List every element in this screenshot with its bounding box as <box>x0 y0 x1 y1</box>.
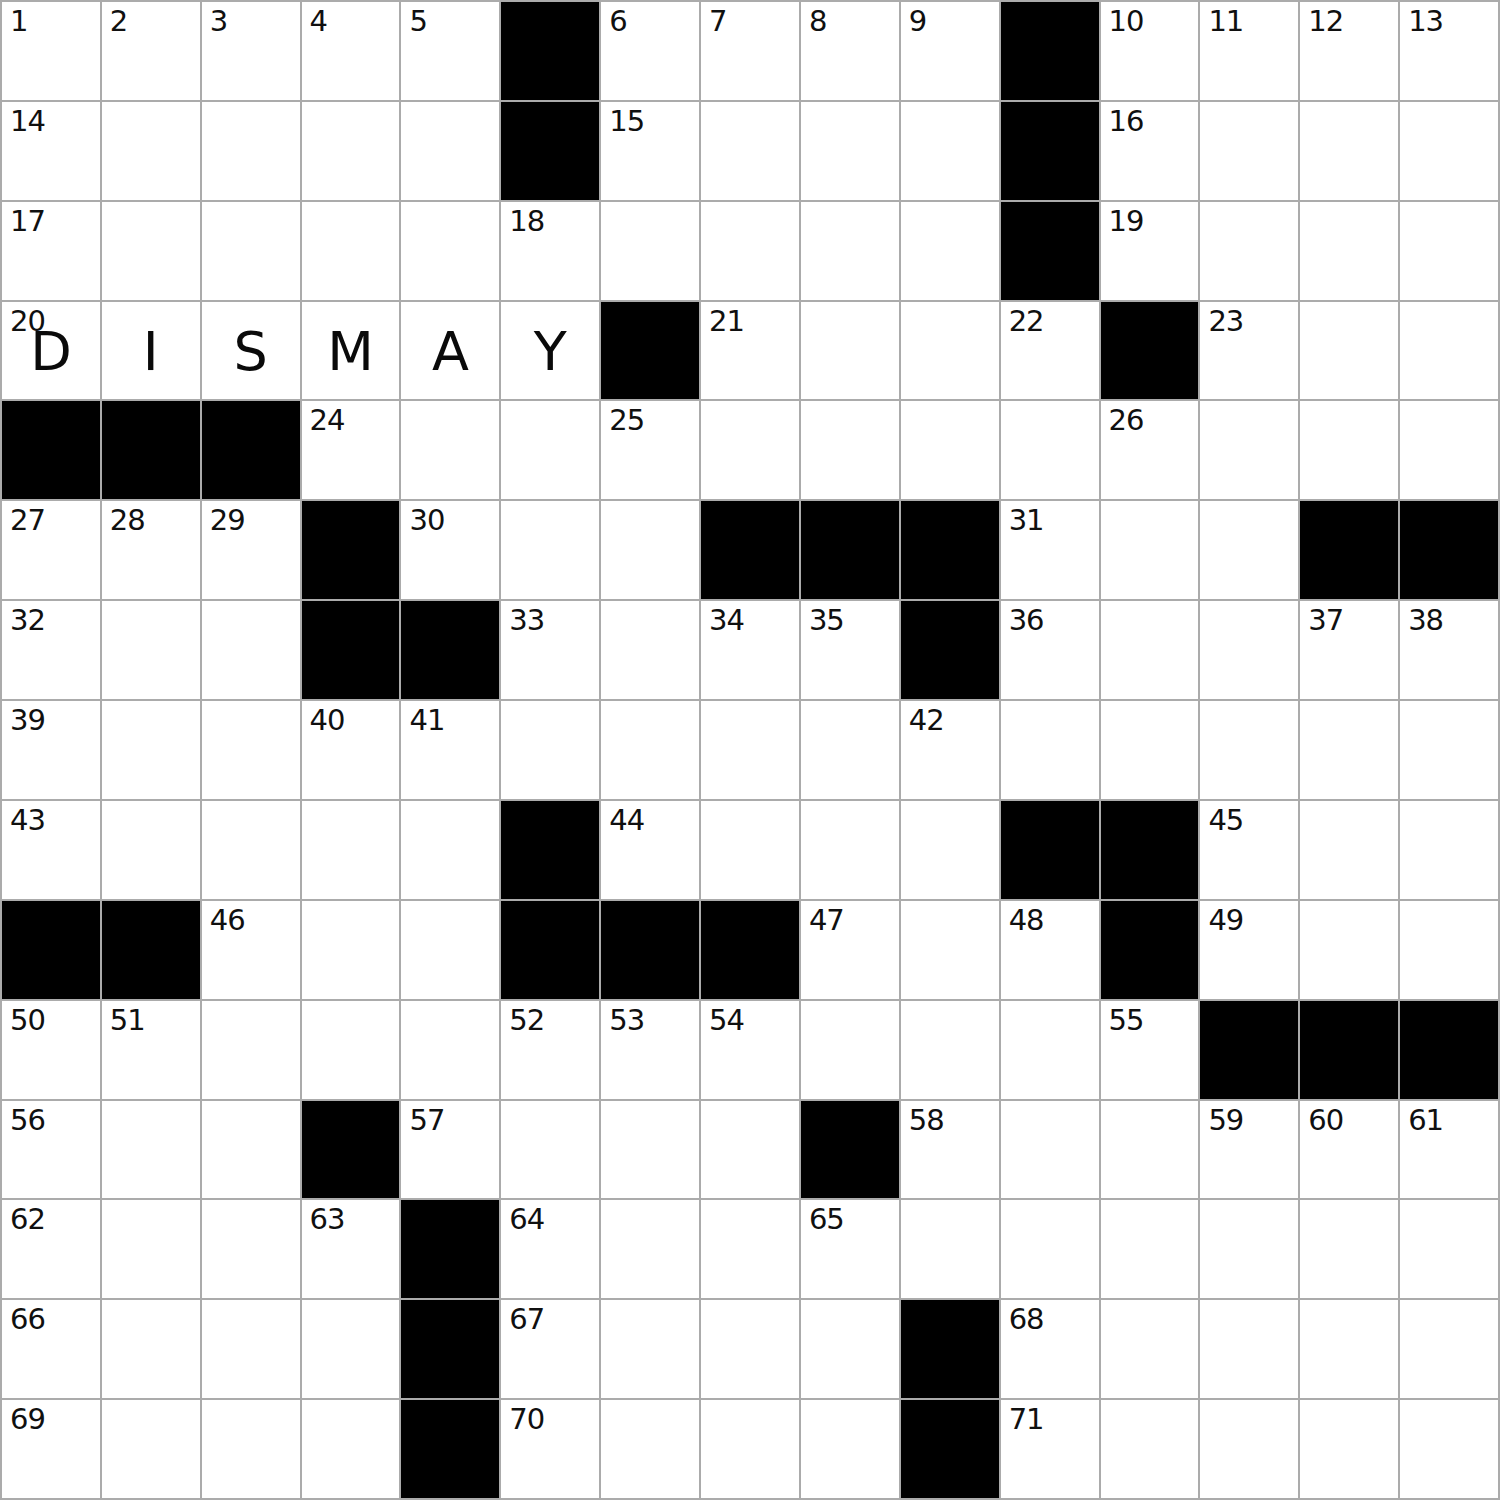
clue-number: 57 <box>409 1105 444 1135</box>
grid-cell-r3c7[interactable] <box>601 202 699 300</box>
grid-cell-r5c6[interactable] <box>501 401 599 499</box>
black-cell-r13c5 <box>401 1200 499 1298</box>
grid-cell-r15c11[interactable]: 71 <box>1001 1400 1099 1498</box>
grid-cell-r13c11[interactable] <box>1001 1200 1099 1298</box>
grid-cell-r5c11[interactable] <box>1001 401 1099 499</box>
clue-number: 65 <box>809 1204 844 1234</box>
clue-number: 22 <box>1009 306 1044 336</box>
grid-cell-r12c3[interactable] <box>202 1101 300 1199</box>
black-cell-r6c10 <box>901 501 999 599</box>
grid-cell-r1c5[interactable]: 5 <box>401 2 499 100</box>
black-cell-r3c11 <box>1001 202 1099 300</box>
grid-cell-r4c3[interactable]: S <box>202 302 300 400</box>
grid-cell-r1c10[interactable]: 9 <box>901 2 999 100</box>
clue-number: 12 <box>1308 6 1343 36</box>
grid-cell-r7c14[interactable]: 37 <box>1300 601 1398 699</box>
grid-cell-r13c8[interactable] <box>701 1200 799 1298</box>
grid-cell-r10c11[interactable]: 48 <box>1001 901 1099 999</box>
black-cell-r7c5 <box>401 601 499 699</box>
grid-cell-r1c1[interactable]: 1 <box>2 2 100 100</box>
grid-cell-r1c12[interactable]: 10 <box>1101 2 1199 100</box>
grid-cell-r5c8[interactable] <box>701 401 799 499</box>
grid-cell-r4c9[interactable] <box>801 302 899 400</box>
grid-cell-r3c9[interactable] <box>801 202 899 300</box>
grid-cell-r11c3[interactable] <box>202 1001 300 1099</box>
grid-cell-r2c12[interactable]: 16 <box>1101 102 1199 200</box>
clue-number: 52 <box>509 1005 544 1035</box>
grid-cell-r8c8[interactable] <box>701 701 799 799</box>
black-cell-r9c6 <box>501 801 599 899</box>
grid-cell-r5c12[interactable]: 26 <box>1101 401 1199 499</box>
black-cell-r6c14 <box>1300 501 1398 599</box>
grid-cell-r13c9[interactable]: 65 <box>801 1200 899 1298</box>
grid-cell-r2c2[interactable] <box>102 102 200 200</box>
grid-cell-r5c7[interactable]: 25 <box>601 401 699 499</box>
grid-cell-r10c5[interactable] <box>401 901 499 999</box>
clue-number: 59 <box>1208 1105 1243 1135</box>
grid-cell-r13c7[interactable] <box>601 1200 699 1298</box>
clue-number: 58 <box>909 1105 944 1135</box>
grid-cell-r10c4[interactable] <box>302 901 400 999</box>
grid-cell-r9c8[interactable] <box>701 801 799 899</box>
grid-cell-r2c14[interactable] <box>1300 102 1398 200</box>
grid-cell-r2c13[interactable] <box>1200 102 1298 200</box>
clue-number: 50 <box>10 1005 45 1035</box>
clue-number: 9 <box>909 6 926 36</box>
clue-number: 8 <box>809 6 826 36</box>
grid-cell-r15c13[interactable] <box>1200 1400 1298 1498</box>
grid-cell-r10c15[interactable] <box>1400 901 1498 999</box>
cell-letter: I <box>102 302 200 400</box>
clue-number: 37 <box>1308 605 1343 635</box>
clue-number: 2 <box>110 6 127 36</box>
clue-number: 51 <box>110 1005 145 1035</box>
crossword-grid: 1234567891011121314151617181920DISMAY212… <box>0 0 1500 1500</box>
grid-cell-r14c13[interactable] <box>1200 1300 1298 1398</box>
grid-cell-r13c3[interactable] <box>202 1200 300 1298</box>
black-cell-r11c15 <box>1400 1001 1498 1099</box>
clue-number: 16 <box>1109 106 1144 136</box>
clue-number: 26 <box>1109 405 1144 435</box>
grid-cell-r3c4[interactable] <box>302 202 400 300</box>
grid-cell-r8c2[interactable] <box>102 701 200 799</box>
grid-cell-r5c15[interactable] <box>1400 401 1498 499</box>
clue-number: 62 <box>10 1204 45 1234</box>
grid-cell-r4c11[interactable]: 22 <box>1001 302 1099 400</box>
grid-cell-r10c14[interactable] <box>1300 901 1398 999</box>
black-cell-r11c14 <box>1300 1001 1398 1099</box>
grid-cell-r7c13[interactable] <box>1200 601 1298 699</box>
black-cell-r15c5 <box>401 1400 499 1498</box>
grid-cell-r11c11[interactable] <box>1001 1001 1099 1099</box>
black-cell-r4c7 <box>601 302 699 400</box>
grid-cell-r15c9[interactable] <box>801 1400 899 1498</box>
black-cell-r10c8 <box>701 901 799 999</box>
grid-cell-r9c14[interactable] <box>1300 801 1398 899</box>
grid-cell-r12c11[interactable] <box>1001 1101 1099 1199</box>
grid-cell-r9c2[interactable] <box>102 801 200 899</box>
cell-letter: D <box>2 302 100 400</box>
grid-cell-r1c3[interactable]: 3 <box>202 2 300 100</box>
cell-letter: M <box>302 302 400 400</box>
black-cell-r7c10 <box>901 601 999 699</box>
clue-number: 29 <box>210 505 245 535</box>
grid-cell-r6c12[interactable] <box>1101 501 1199 599</box>
grid-cell-r9c4[interactable] <box>302 801 400 899</box>
grid-cell-r7c8[interactable]: 34 <box>701 601 799 699</box>
grid-cell-r7c3[interactable] <box>202 601 300 699</box>
grid-cell-r2c4[interactable] <box>302 102 400 200</box>
clue-number: 21 <box>709 306 744 336</box>
clue-number: 7 <box>709 6 726 36</box>
grid-cell-r15c8[interactable] <box>701 1400 799 1498</box>
grid-cell-r2c3[interactable] <box>202 102 300 200</box>
clue-number: 19 <box>1109 206 1144 236</box>
black-cell-r1c11 <box>1001 2 1099 100</box>
grid-cell-r3c10[interactable] <box>901 202 999 300</box>
clue-number: 10 <box>1109 6 1144 36</box>
grid-cell-r12c13[interactable]: 59 <box>1200 1101 1298 1199</box>
grid-cell-r8c6[interactable] <box>501 701 599 799</box>
black-cell-r12c9 <box>801 1101 899 1199</box>
grid-cell-r14c7[interactable] <box>601 1300 699 1398</box>
clue-number: 66 <box>10 1304 45 1334</box>
clue-number: 15 <box>609 106 644 136</box>
grid-cell-r13c14[interactable] <box>1300 1200 1398 1298</box>
grid-cell-r2c15[interactable] <box>1400 102 1498 200</box>
clue-number: 36 <box>1009 605 1044 635</box>
grid-cell-r9c5[interactable] <box>401 801 499 899</box>
grid-cell-r15c6[interactable]: 70 <box>501 1400 599 1498</box>
black-cell-r9c12 <box>1101 801 1199 899</box>
grid-cell-r13c12[interactable] <box>1101 1200 1199 1298</box>
grid-cell-r13c1[interactable]: 62 <box>2 1200 100 1298</box>
grid-cell-r13c15[interactable] <box>1400 1200 1498 1298</box>
grid-cell-r10c9[interactable]: 47 <box>801 901 899 999</box>
grid-cell-r12c2[interactable] <box>102 1101 200 1199</box>
grid-cell-r12c6[interactable] <box>501 1101 599 1199</box>
grid-cell-r14c1[interactable]: 66 <box>2 1300 100 1398</box>
grid-cell-r4c1[interactable]: 20D <box>2 302 100 400</box>
black-cell-r14c5 <box>401 1300 499 1398</box>
grid-cell-r9c1[interactable]: 43 <box>2 801 100 899</box>
grid-cell-r3c5[interactable] <box>401 202 499 300</box>
clue-number: 49 <box>1208 905 1243 935</box>
grid-cell-r10c13[interactable]: 49 <box>1200 901 1298 999</box>
black-cell-r14c10 <box>901 1300 999 1398</box>
black-cell-r11c13 <box>1200 1001 1298 1099</box>
clue-number: 68 <box>1009 1304 1044 1334</box>
clue-number: 40 <box>310 705 345 735</box>
grid-cell-r2c7[interactable]: 15 <box>601 102 699 200</box>
black-cell-r4c12 <box>1101 302 1199 400</box>
grid-cell-r8c1[interactable]: 39 <box>2 701 100 799</box>
grid-cell-r14c4[interactable] <box>302 1300 400 1398</box>
grid-cell-r8c5[interactable]: 41 <box>401 701 499 799</box>
cell-letter: A <box>401 302 499 400</box>
clue-number: 42 <box>909 705 944 735</box>
clue-number: 32 <box>10 605 45 635</box>
black-cell-r5c1 <box>2 401 100 499</box>
grid-cell-r1c9[interactable]: 8 <box>801 2 899 100</box>
black-cell-r5c3 <box>202 401 300 499</box>
grid-cell-r4c15[interactable] <box>1400 302 1498 400</box>
grid-cell-r2c10[interactable] <box>901 102 999 200</box>
grid-cell-r7c12[interactable] <box>1101 601 1199 699</box>
black-cell-r6c15 <box>1400 501 1498 599</box>
grid-cell-r4c2[interactable]: I <box>102 302 200 400</box>
clue-number: 69 <box>10 1404 45 1434</box>
grid-cell-r3c14[interactable] <box>1300 202 1398 300</box>
clue-number: 48 <box>1009 905 1044 935</box>
clue-number: 11 <box>1208 6 1243 36</box>
grid-cell-r9c3[interactable] <box>202 801 300 899</box>
grid-cell-r8c13[interactable] <box>1200 701 1298 799</box>
clue-number: 43 <box>10 805 45 835</box>
black-cell-r10c12 <box>1101 901 1199 999</box>
grid-cell-r11c9[interactable] <box>801 1001 899 1099</box>
grid-cell-r2c1[interactable]: 14 <box>2 102 100 200</box>
grid-cell-r8c11[interactable] <box>1001 701 1099 799</box>
grid-cell-r1c14[interactable]: 12 <box>1300 2 1398 100</box>
grid-cell-r5c10[interactable] <box>901 401 999 499</box>
clue-number: 30 <box>409 505 444 535</box>
grid-cell-r11c6[interactable]: 52 <box>501 1001 599 1099</box>
grid-cell-r8c3[interactable] <box>202 701 300 799</box>
grid-cell-r15c4[interactable] <box>302 1400 400 1498</box>
black-cell-r1c6 <box>501 2 599 100</box>
grid-cell-r5c5[interactable] <box>401 401 499 499</box>
black-cell-r15c10 <box>901 1400 999 1498</box>
grid-cell-r6c3[interactable]: 29 <box>202 501 300 599</box>
grid-cell-r11c2[interactable]: 51 <box>102 1001 200 1099</box>
grid-cell-r1c15[interactable]: 13 <box>1400 2 1498 100</box>
grid-cell-r1c13[interactable]: 11 <box>1200 2 1298 100</box>
grid-cell-r3c12[interactable]: 19 <box>1101 202 1199 300</box>
clue-number: 60 <box>1308 1105 1343 1135</box>
grid-cell-r5c13[interactable] <box>1200 401 1298 499</box>
grid-cell-r13c4[interactable]: 63 <box>302 1200 400 1298</box>
black-cell-r10c1 <box>2 901 100 999</box>
clue-number: 33 <box>509 605 544 635</box>
grid-cell-r4c14[interactable] <box>1300 302 1398 400</box>
black-cell-r10c7 <box>601 901 699 999</box>
grid-cell-r8c14[interactable] <box>1300 701 1398 799</box>
grid-cell-r15c2[interactable] <box>102 1400 200 1498</box>
clue-number: 3 <box>210 6 227 36</box>
grid-cell-r3c15[interactable] <box>1400 202 1498 300</box>
grid-cell-r7c9[interactable]: 35 <box>801 601 899 699</box>
grid-cell-r15c12[interactable] <box>1101 1400 1199 1498</box>
grid-cell-r8c9[interactable] <box>801 701 899 799</box>
grid-cell-r10c3[interactable]: 46 <box>202 901 300 999</box>
grid-cell-r4c4[interactable]: M <box>302 302 400 400</box>
clue-number: 55 <box>1109 1005 1144 1035</box>
cell-letter: S <box>202 302 300 400</box>
grid-cell-r7c6[interactable]: 33 <box>501 601 599 699</box>
clue-number: 64 <box>509 1204 544 1234</box>
grid-cell-r4c10[interactable] <box>901 302 999 400</box>
grid-cell-r14c15[interactable] <box>1400 1300 1498 1398</box>
grid-cell-r10c10[interactable] <box>901 901 999 999</box>
grid-cell-r14c6[interactable]: 67 <box>501 1300 599 1398</box>
grid-cell-r13c10[interactable] <box>901 1200 999 1298</box>
black-cell-r2c11 <box>1001 102 1099 200</box>
grid-cell-r3c3[interactable] <box>202 202 300 300</box>
grid-cell-r11c4[interactable] <box>302 1001 400 1099</box>
black-cell-r2c6 <box>501 102 599 200</box>
grid-cell-r3c6[interactable]: 18 <box>501 202 599 300</box>
clue-number: 35 <box>809 605 844 635</box>
clue-number: 53 <box>609 1005 644 1035</box>
grid-cell-r12c1[interactable]: 56 <box>2 1101 100 1199</box>
grid-cell-r6c11[interactable]: 31 <box>1001 501 1099 599</box>
grid-cell-r11c5[interactable] <box>401 1001 499 1099</box>
grid-cell-r15c3[interactable] <box>202 1400 300 1498</box>
grid-cell-r1c7[interactable]: 6 <box>601 2 699 100</box>
grid-cell-r8c7[interactable] <box>601 701 699 799</box>
grid-cell-r13c6[interactable]: 64 <box>501 1200 599 1298</box>
clue-number: 47 <box>809 905 844 935</box>
grid-cell-r15c15[interactable] <box>1400 1400 1498 1498</box>
grid-cell-r4c8[interactable]: 21 <box>701 302 799 400</box>
black-cell-r6c8 <box>701 501 799 599</box>
grid-cell-r12c14[interactable]: 60 <box>1300 1101 1398 1199</box>
clue-number: 54 <box>709 1005 744 1035</box>
grid-cell-r14c14[interactable] <box>1300 1300 1398 1398</box>
grid-cell-r3c13[interactable] <box>1200 202 1298 300</box>
grid-cell-r6c13[interactable] <box>1200 501 1298 599</box>
clue-number: 18 <box>509 206 544 236</box>
grid-cell-r4c5[interactable]: A <box>401 302 499 400</box>
grid-cell-r7c2[interactable] <box>102 601 200 699</box>
clue-number: 5 <box>409 6 426 36</box>
clue-number: 63 <box>310 1204 345 1234</box>
grid-cell-r5c9[interactable] <box>801 401 899 499</box>
grid-cell-r8c4[interactable]: 40 <box>302 701 400 799</box>
grid-cell-r11c1[interactable]: 50 <box>2 1001 100 1099</box>
grid-cell-r6c6[interactable] <box>501 501 599 599</box>
grid-cell-r14c3[interactable] <box>202 1300 300 1398</box>
grid-cell-r12c5[interactable]: 57 <box>401 1101 499 1199</box>
black-cell-r12c4 <box>302 1101 400 1199</box>
clue-number: 1 <box>10 6 27 36</box>
clue-number: 56 <box>10 1105 45 1135</box>
grid-cell-r6c5[interactable]: 30 <box>401 501 499 599</box>
clue-number: 46 <box>210 905 245 935</box>
clue-number: 31 <box>1009 505 1044 535</box>
grid-cell-r9c13[interactable]: 45 <box>1200 801 1298 899</box>
grid-cell-r15c7[interactable] <box>601 1400 699 1498</box>
grid-cell-r1c8[interactable]: 7 <box>701 2 799 100</box>
grid-cell-r14c11[interactable]: 68 <box>1001 1300 1099 1398</box>
grid-cell-r2c5[interactable] <box>401 102 499 200</box>
grid-cell-r2c9[interactable] <box>801 102 899 200</box>
grid-cell-r12c12[interactable] <box>1101 1101 1199 1199</box>
clue-number: 70 <box>509 1404 544 1434</box>
clue-number: 38 <box>1408 605 1443 635</box>
grid-cell-r11c12[interactable]: 55 <box>1101 1001 1199 1099</box>
grid-cell-r1c2[interactable]: 2 <box>102 2 200 100</box>
grid-cell-r3c8[interactable] <box>701 202 799 300</box>
grid-cell-r11c8[interactable]: 54 <box>701 1001 799 1099</box>
grid-cell-r9c7[interactable]: 44 <box>601 801 699 899</box>
clue-number: 23 <box>1208 306 1243 336</box>
grid-cell-r12c10[interactable]: 58 <box>901 1101 999 1199</box>
grid-cell-r6c7[interactable] <box>601 501 699 599</box>
clue-number: 39 <box>10 705 45 735</box>
grid-cell-r3c2[interactable] <box>102 202 200 300</box>
grid-cell-r14c2[interactable] <box>102 1300 200 1398</box>
black-cell-r10c2 <box>102 901 200 999</box>
grid-cell-r12c8[interactable] <box>701 1101 799 1199</box>
grid-cell-r9c9[interactable] <box>801 801 899 899</box>
grid-cell-r11c7[interactable]: 53 <box>601 1001 699 1099</box>
clue-number: 14 <box>10 106 45 136</box>
grid-cell-r8c15[interactable] <box>1400 701 1498 799</box>
clue-number: 67 <box>509 1304 544 1334</box>
grid-cell-r5c4[interactable]: 24 <box>302 401 400 499</box>
clue-number: 28 <box>110 505 145 535</box>
grid-cell-r6c1[interactable]: 27 <box>2 501 100 599</box>
grid-cell-r3c1[interactable]: 17 <box>2 202 100 300</box>
clue-number: 45 <box>1208 805 1243 835</box>
grid-cell-r4c6[interactable]: Y <box>501 302 599 400</box>
grid-cell-r11c10[interactable] <box>901 1001 999 1099</box>
black-cell-r6c4 <box>302 501 400 599</box>
clue-number: 71 <box>1009 1404 1044 1434</box>
black-cell-r5c2 <box>102 401 200 499</box>
black-cell-r9c11 <box>1001 801 1099 899</box>
grid-cell-r1c4[interactable]: 4 <box>302 2 400 100</box>
grid-cell-r8c12[interactable] <box>1101 701 1199 799</box>
clue-number: 61 <box>1408 1105 1443 1135</box>
grid-cell-r15c14[interactable] <box>1300 1400 1398 1498</box>
grid-cell-r5c14[interactable] <box>1300 401 1398 499</box>
grid-cell-r12c7[interactable] <box>601 1101 699 1199</box>
clue-number: 24 <box>310 405 345 435</box>
grid-cell-r13c13[interactable] <box>1200 1200 1298 1298</box>
clue-number: 41 <box>409 705 444 735</box>
grid-cell-r14c8[interactable] <box>701 1300 799 1398</box>
black-cell-r6c9 <box>801 501 899 599</box>
black-cell-r10c6 <box>501 901 599 999</box>
grid-cell-r6c2[interactable]: 28 <box>102 501 200 599</box>
grid-cell-r9c10[interactable] <box>901 801 999 899</box>
grid-cell-r8c10[interactable]: 42 <box>901 701 999 799</box>
grid-cell-r2c8[interactable] <box>701 102 799 200</box>
grid-cell-r4c13[interactable]: 23 <box>1200 302 1298 400</box>
grid-cell-r7c7[interactable] <box>601 601 699 699</box>
grid-cell-r14c12[interactable] <box>1101 1300 1199 1398</box>
grid-cell-r9c15[interactable] <box>1400 801 1498 899</box>
clue-number: 34 <box>709 605 744 635</box>
clue-number: 6 <box>609 6 626 36</box>
grid-cell-r15c1[interactable]: 69 <box>2 1400 100 1498</box>
grid-cell-r7c15[interactable]: 38 <box>1400 601 1498 699</box>
clue-number: 13 <box>1408 6 1443 36</box>
grid-cell-r13c2[interactable] <box>102 1200 200 1298</box>
grid-cell-r14c9[interactable] <box>801 1300 899 1398</box>
grid-cell-r7c11[interactable]: 36 <box>1001 601 1099 699</box>
cell-letter: Y <box>501 302 599 400</box>
clue-number: 17 <box>10 206 45 236</box>
grid-cell-r12c15[interactable]: 61 <box>1400 1101 1498 1199</box>
clue-number: 27 <box>10 505 45 535</box>
grid-cell-r7c1[interactable]: 32 <box>2 601 100 699</box>
black-cell-r7c4 <box>302 601 400 699</box>
clue-number: 44 <box>609 805 644 835</box>
